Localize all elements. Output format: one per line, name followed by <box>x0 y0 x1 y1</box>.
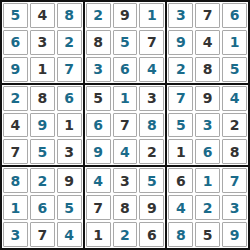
sudoku-cell-r8c5[interactable]: 8 <box>113 195 138 220</box>
sudoku-cell-r9c7[interactable]: 8 <box>168 222 193 247</box>
sudoku-cell-r5c5[interactable]: 7 <box>113 113 138 138</box>
sudoku-cell-r5c8[interactable]: 3 <box>195 113 220 138</box>
sudoku-cell-r7c7[interactable]: 6 <box>168 168 193 193</box>
sudoku-cell-r1c4[interactable]: 2 <box>86 3 111 28</box>
sudoku-cell-r5c9[interactable]: 2 <box>222 113 247 138</box>
sudoku-box-5: 513678942 <box>85 85 166 166</box>
sudoku-cell-r4c8[interactable]: 9 <box>195 86 220 111</box>
sudoku-cell-r2c9[interactable]: 1 <box>222 30 247 55</box>
sudoku-cell-r1c8[interactable]: 7 <box>195 3 220 28</box>
sudoku-cell-r7c1[interactable]: 8 <box>3 168 28 193</box>
sudoku-cell-r1c9[interactable]: 6 <box>222 3 247 28</box>
sudoku-cell-r7c4[interactable]: 4 <box>86 168 111 193</box>
sudoku-box-6: 794532168 <box>167 85 248 166</box>
sudoku-cell-r2c1[interactable]: 6 <box>3 30 28 55</box>
sudoku-cell-r7c3[interactable]: 9 <box>57 168 82 193</box>
sudoku-cell-r3c4[interactable]: 3 <box>86 57 111 82</box>
sudoku-cell-r2c3[interactable]: 2 <box>57 30 82 55</box>
sudoku-cell-r4c6[interactable]: 3 <box>139 86 164 111</box>
sudoku-cell-r6c4[interactable]: 9 <box>86 139 111 164</box>
sudoku-box-3: 376941285 <box>167 2 248 83</box>
sudoku-cell-r5c6[interactable]: 8 <box>139 113 164 138</box>
sudoku-cell-r8c2[interactable]: 6 <box>30 195 55 220</box>
sudoku-cell-r8c4[interactable]: 7 <box>86 195 111 220</box>
sudoku-cell-r6c2[interactable]: 5 <box>30 139 55 164</box>
sudoku-cell-r4c2[interactable]: 8 <box>30 86 55 111</box>
sudoku-cell-r1c5[interactable]: 9 <box>113 3 138 28</box>
sudoku-cell-r4c7[interactable]: 7 <box>168 86 193 111</box>
sudoku-cell-r9c9[interactable]: 9 <box>222 222 247 247</box>
sudoku-cell-r7c9[interactable]: 7 <box>222 168 247 193</box>
sudoku-cell-r9c4[interactable]: 1 <box>86 222 111 247</box>
sudoku-cell-r8c1[interactable]: 1 <box>3 195 28 220</box>
sudoku-cell-r2c8[interactable]: 4 <box>195 30 220 55</box>
sudoku-cell-r6c5[interactable]: 4 <box>113 139 138 164</box>
sudoku-box-1: 548632917 <box>2 2 83 83</box>
sudoku-cell-r1c2[interactable]: 4 <box>30 3 55 28</box>
sudoku-cell-r8c9[interactable]: 3 <box>222 195 247 220</box>
sudoku-cell-r2c6[interactable]: 7 <box>139 30 164 55</box>
sudoku-cell-r3c7[interactable]: 2 <box>168 57 193 82</box>
sudoku-cell-r8c7[interactable]: 4 <box>168 195 193 220</box>
sudoku-cell-r4c4[interactable]: 5 <box>86 86 111 111</box>
sudoku-cell-r7c2[interactable]: 2 <box>30 168 55 193</box>
sudoku-cell-r3c6[interactable]: 4 <box>139 57 164 82</box>
sudoku-cell-r7c5[interactable]: 3 <box>113 168 138 193</box>
sudoku-cell-r3c2[interactable]: 1 <box>30 57 55 82</box>
sudoku-cell-r3c1[interactable]: 9 <box>3 57 28 82</box>
sudoku-cell-r2c7[interactable]: 9 <box>168 30 193 55</box>
sudoku-box-4: 286491753 <box>2 85 83 166</box>
sudoku-cell-r3c5[interactable]: 6 <box>113 57 138 82</box>
sudoku-cell-r9c5[interactable]: 2 <box>113 222 138 247</box>
sudoku-box-9: 617423859 <box>167 167 248 248</box>
sudoku-cell-r4c1[interactable]: 2 <box>3 86 28 111</box>
sudoku-cell-r2c4[interactable]: 8 <box>86 30 111 55</box>
sudoku-cell-r6c6[interactable]: 2 <box>139 139 164 164</box>
sudoku-board: 5486329172918573643769412852864917535136… <box>0 0 250 250</box>
sudoku-box-2: 291857364 <box>85 2 166 83</box>
sudoku-cell-r1c6[interactable]: 1 <box>139 3 164 28</box>
sudoku-box-8: 435789126 <box>85 167 166 248</box>
sudoku-cell-r5c3[interactable]: 1 <box>57 113 82 138</box>
sudoku-cell-r4c9[interactable]: 4 <box>222 86 247 111</box>
sudoku-cell-r6c9[interactable]: 8 <box>222 139 247 164</box>
sudoku-cell-r1c1[interactable]: 5 <box>3 3 28 28</box>
sudoku-cell-r7c6[interactable]: 5 <box>139 168 164 193</box>
sudoku-cell-r3c9[interactable]: 5 <box>222 57 247 82</box>
sudoku-cell-r3c8[interactable]: 8 <box>195 57 220 82</box>
sudoku-cell-r8c8[interactable]: 2 <box>195 195 220 220</box>
sudoku-cell-r9c8[interactable]: 5 <box>195 222 220 247</box>
sudoku-cell-r6c3[interactable]: 3 <box>57 139 82 164</box>
sudoku-cell-r2c2[interactable]: 3 <box>30 30 55 55</box>
sudoku-cell-r2c5[interactable]: 5 <box>113 30 138 55</box>
sudoku-cell-r4c3[interactable]: 6 <box>57 86 82 111</box>
sudoku-cell-r5c2[interactable]: 9 <box>30 113 55 138</box>
sudoku-cell-r5c4[interactable]: 6 <box>86 113 111 138</box>
sudoku-cell-r6c8[interactable]: 6 <box>195 139 220 164</box>
sudoku-cell-r6c1[interactable]: 7 <box>3 139 28 164</box>
sudoku-cell-r1c7[interactable]: 3 <box>168 3 193 28</box>
sudoku-cell-r3c3[interactable]: 7 <box>57 57 82 82</box>
sudoku-cell-r5c1[interactable]: 4 <box>3 113 28 138</box>
sudoku-cell-r8c6[interactable]: 9 <box>139 195 164 220</box>
sudoku-cell-r9c2[interactable]: 7 <box>30 222 55 247</box>
sudoku-cell-r1c3[interactable]: 8 <box>57 3 82 28</box>
sudoku-cell-r8c3[interactable]: 5 <box>57 195 82 220</box>
sudoku-box-7: 829165374 <box>2 167 83 248</box>
sudoku-cell-r9c6[interactable]: 6 <box>139 222 164 247</box>
sudoku-cell-r9c3[interactable]: 4 <box>57 222 82 247</box>
sudoku-cell-r5c7[interactable]: 5 <box>168 113 193 138</box>
sudoku-cell-r6c7[interactable]: 1 <box>168 139 193 164</box>
sudoku-cell-r9c1[interactable]: 3 <box>3 222 28 247</box>
sudoku-cell-r7c8[interactable]: 1 <box>195 168 220 193</box>
sudoku-cell-r4c5[interactable]: 1 <box>113 86 138 111</box>
